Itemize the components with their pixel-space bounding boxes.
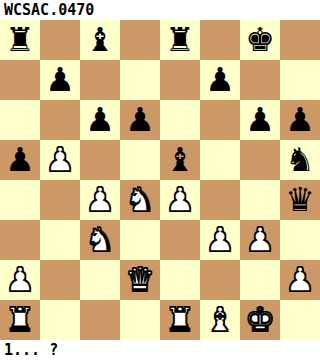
move-prompt: 1... ?: [0, 340, 320, 360]
white-pawn[interactable]: ♟: [165, 180, 195, 220]
square-f2[interactable]: [200, 260, 240, 300]
white-knight[interactable]: ♞: [125, 180, 155, 220]
square-c4[interactable]: ♟: [80, 180, 120, 220]
square-g6[interactable]: ♟: [240, 100, 280, 140]
square-b1[interactable]: [40, 300, 80, 340]
white-rook[interactable]: ♜: [5, 300, 35, 340]
square-b2[interactable]: [40, 260, 80, 300]
square-h5[interactable]: ♞: [280, 140, 320, 180]
square-e7[interactable]: [160, 60, 200, 100]
square-d8[interactable]: [120, 20, 160, 60]
black-queen[interactable]: ♛: [285, 180, 315, 220]
square-h1[interactable]: [280, 300, 320, 340]
square-e1[interactable]: ♜: [160, 300, 200, 340]
white-pawn[interactable]: ♟: [85, 180, 115, 220]
square-d2[interactable]: ♛: [120, 260, 160, 300]
square-c8[interactable]: ♝: [80, 20, 120, 60]
square-a4[interactable]: [0, 180, 40, 220]
black-rook[interactable]: ♜: [165, 20, 195, 60]
white-rook[interactable]: ♜: [165, 300, 195, 340]
square-e5[interactable]: ♝: [160, 140, 200, 180]
square-c5[interactable]: [80, 140, 120, 180]
black-pawn[interactable]: ♟: [205, 60, 235, 100]
black-pawn[interactable]: ♟: [245, 100, 275, 140]
square-g8[interactable]: ♚: [240, 20, 280, 60]
square-a5[interactable]: ♟: [0, 140, 40, 180]
square-d4[interactable]: ♞: [120, 180, 160, 220]
square-a1[interactable]: ♜: [0, 300, 40, 340]
square-f3[interactable]: ♟: [200, 220, 240, 260]
black-pawn[interactable]: ♟: [85, 100, 115, 140]
white-king[interactable]: ♚: [245, 300, 275, 340]
square-e2[interactable]: [160, 260, 200, 300]
square-a8[interactable]: ♜: [0, 20, 40, 60]
square-b4[interactable]: [40, 180, 80, 220]
square-f8[interactable]: [200, 20, 240, 60]
square-g7[interactable]: [240, 60, 280, 100]
square-e8[interactable]: ♜: [160, 20, 200, 60]
square-d6[interactable]: ♟: [120, 100, 160, 140]
white-pawn[interactable]: ♟: [5, 260, 35, 300]
black-bishop[interactable]: ♝: [85, 20, 115, 60]
black-pawn[interactable]: ♟: [45, 60, 75, 100]
white-pawn[interactable]: ♟: [45, 140, 75, 180]
white-knight[interactable]: ♞: [85, 220, 115, 260]
black-pawn[interactable]: ♟: [125, 100, 155, 140]
square-f1[interactable]: ♝: [200, 300, 240, 340]
square-d5[interactable]: [120, 140, 160, 180]
chess-board: ♜♝♜♚♟♟♟♟♟♟♟♟♝♞♟♞♟♛♞♟♟♟♛♟♜♜♝♚: [0, 20, 320, 340]
square-e4[interactable]: ♟: [160, 180, 200, 220]
square-a7[interactable]: [0, 60, 40, 100]
black-pawn[interactable]: ♟: [5, 140, 35, 180]
square-d7[interactable]: [120, 60, 160, 100]
square-a6[interactable]: [0, 100, 40, 140]
square-f4[interactable]: [200, 180, 240, 220]
square-e3[interactable]: [160, 220, 200, 260]
square-g5[interactable]: [240, 140, 280, 180]
white-bishop[interactable]: ♝: [205, 300, 235, 340]
square-f5[interactable]: [200, 140, 240, 180]
square-g4[interactable]: [240, 180, 280, 220]
square-e6[interactable]: [160, 100, 200, 140]
white-pawn[interactable]: ♟: [285, 260, 315, 300]
square-f7[interactable]: ♟: [200, 60, 240, 100]
square-h4[interactable]: ♛: [280, 180, 320, 220]
square-f6[interactable]: [200, 100, 240, 140]
square-c6[interactable]: ♟: [80, 100, 120, 140]
black-king[interactable]: ♚: [245, 20, 275, 60]
square-a3[interactable]: [0, 220, 40, 260]
square-c2[interactable]: [80, 260, 120, 300]
square-b6[interactable]: [40, 100, 80, 140]
white-pawn[interactable]: ♟: [245, 220, 275, 260]
square-d3[interactable]: [120, 220, 160, 260]
square-h8[interactable]: [280, 20, 320, 60]
black-rook[interactable]: ♜: [5, 20, 35, 60]
square-d1[interactable]: [120, 300, 160, 340]
square-h7[interactable]: [280, 60, 320, 100]
square-c7[interactable]: [80, 60, 120, 100]
square-g2[interactable]: [240, 260, 280, 300]
square-b7[interactable]: ♟: [40, 60, 80, 100]
puzzle-title: WCSAC.0470: [0, 0, 320, 20]
square-h2[interactable]: ♟: [280, 260, 320, 300]
square-h6[interactable]: ♟: [280, 100, 320, 140]
black-pawn[interactable]: ♟: [285, 100, 315, 140]
white-queen[interactable]: ♛: [125, 260, 155, 300]
white-pawn[interactable]: ♟: [205, 220, 235, 260]
black-knight[interactable]: ♞: [285, 140, 315, 180]
square-g3[interactable]: ♟: [240, 220, 280, 260]
square-a2[interactable]: ♟: [0, 260, 40, 300]
square-c1[interactable]: [80, 300, 120, 340]
black-bishop[interactable]: ♝: [165, 140, 195, 180]
square-h3[interactable]: [280, 220, 320, 260]
square-g1[interactable]: ♚: [240, 300, 280, 340]
square-b8[interactable]: [40, 20, 80, 60]
square-b5[interactable]: ♟: [40, 140, 80, 180]
square-c3[interactable]: ♞: [80, 220, 120, 260]
square-b3[interactable]: [40, 220, 80, 260]
